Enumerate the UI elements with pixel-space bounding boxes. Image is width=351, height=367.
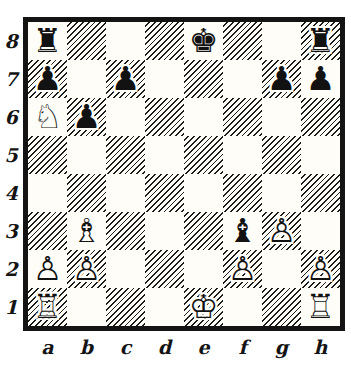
square-b7[interactable] bbox=[67, 60, 106, 98]
square-a3[interactable] bbox=[28, 212, 67, 250]
square-a1[interactable]: ♖ bbox=[28, 288, 67, 326]
square-h7[interactable]: ♟ bbox=[301, 60, 340, 98]
rank-label-1: 1 bbox=[2, 296, 20, 318]
square-d1[interactable] bbox=[145, 288, 184, 326]
rank-label-4: 4 bbox=[2, 182, 20, 204]
square-c3[interactable] bbox=[106, 212, 145, 250]
square-h3[interactable] bbox=[301, 212, 340, 250]
white-piece-r-h1[interactable]: ♖ bbox=[306, 288, 336, 326]
square-f1[interactable] bbox=[223, 288, 262, 326]
white-piece-p-h2[interactable]: ♙ bbox=[306, 250, 336, 288]
square-f3[interactable]: ♝ bbox=[223, 212, 262, 250]
square-d4[interactable] bbox=[145, 174, 184, 212]
black-piece-r-h8[interactable]: ♜ bbox=[306, 22, 336, 60]
white-piece-p-f2[interactable]: ♙ bbox=[228, 250, 258, 288]
square-f4[interactable] bbox=[223, 174, 262, 212]
square-h1[interactable]: ♖ bbox=[301, 288, 340, 326]
square-c4[interactable] bbox=[106, 174, 145, 212]
white-piece-p-g3[interactable]: ♙ bbox=[267, 212, 297, 250]
square-f7[interactable] bbox=[223, 60, 262, 98]
square-a4[interactable] bbox=[28, 174, 67, 212]
file-label-a: a bbox=[38, 336, 58, 358]
rank-label-3: 3 bbox=[2, 220, 20, 242]
square-g3[interactable]: ♙ bbox=[262, 212, 301, 250]
black-piece-r-a8[interactable]: ♜ bbox=[33, 22, 63, 60]
square-e3[interactable] bbox=[184, 212, 223, 250]
file-label-f: f bbox=[233, 336, 253, 358]
file-label-e: e bbox=[194, 336, 214, 358]
black-piece-k-e8[interactable]: ♚ bbox=[189, 22, 219, 60]
chess-board: ♜♚♜♟♟♟♟♘♟♗♝♙♙♙♙♙♖♔♖ bbox=[23, 17, 345, 331]
square-e8[interactable]: ♚ bbox=[184, 22, 223, 60]
square-c2[interactable] bbox=[106, 250, 145, 288]
file-label-c: c bbox=[116, 336, 136, 358]
white-piece-b-b3[interactable]: ♗ bbox=[72, 212, 102, 250]
square-c7[interactable]: ♟ bbox=[106, 60, 145, 98]
square-a2[interactable]: ♙ bbox=[28, 250, 67, 288]
square-h6[interactable] bbox=[301, 98, 340, 136]
rank-label-2: 2 bbox=[2, 258, 20, 280]
black-piece-p-g7[interactable]: ♟ bbox=[267, 60, 297, 98]
black-piece-p-a7[interactable]: ♟ bbox=[33, 60, 63, 98]
square-b2[interactable]: ♙ bbox=[67, 250, 106, 288]
square-b5[interactable] bbox=[67, 136, 106, 174]
square-d6[interactable] bbox=[145, 98, 184, 136]
square-g4[interactable] bbox=[262, 174, 301, 212]
square-f8[interactable] bbox=[223, 22, 262, 60]
square-a6[interactable]: ♘ bbox=[28, 98, 67, 136]
white-piece-k-e1[interactable]: ♔ bbox=[189, 288, 219, 326]
square-g2[interactable] bbox=[262, 250, 301, 288]
square-e4[interactable] bbox=[184, 174, 223, 212]
square-e6[interactable] bbox=[184, 98, 223, 136]
square-h5[interactable] bbox=[301, 136, 340, 174]
square-b6[interactable]: ♟ bbox=[67, 98, 106, 136]
white-piece-p-b2[interactable]: ♙ bbox=[72, 250, 102, 288]
white-piece-p-a2[interactable]: ♙ bbox=[33, 250, 63, 288]
square-h8[interactable]: ♜ bbox=[301, 22, 340, 60]
square-e2[interactable] bbox=[184, 250, 223, 288]
black-piece-p-c7[interactable]: ♟ bbox=[111, 60, 141, 98]
rank-label-5: 5 bbox=[2, 144, 20, 166]
square-b8[interactable] bbox=[67, 22, 106, 60]
file-label-b: b bbox=[77, 336, 97, 358]
square-g1[interactable] bbox=[262, 288, 301, 326]
square-g5[interactable] bbox=[262, 136, 301, 174]
square-c5[interactable] bbox=[106, 136, 145, 174]
square-g6[interactable] bbox=[262, 98, 301, 136]
chess-diagram: ♜♚♜♟♟♟♟♘♟♗♝♙♙♙♙♙♖♔♖ 87654321 abcdefgh bbox=[0, 0, 351, 367]
white-piece-n-a6[interactable]: ♘ bbox=[33, 98, 63, 136]
square-g8[interactable] bbox=[262, 22, 301, 60]
white-piece-r-a1[interactable]: ♖ bbox=[33, 288, 63, 326]
rank-label-8: 8 bbox=[2, 30, 20, 52]
square-b1[interactable] bbox=[67, 288, 106, 326]
black-piece-p-b6[interactable]: ♟ bbox=[72, 98, 102, 136]
square-d2[interactable] bbox=[145, 250, 184, 288]
file-label-h: h bbox=[311, 336, 331, 358]
square-b3[interactable]: ♗ bbox=[67, 212, 106, 250]
square-f2[interactable]: ♙ bbox=[223, 250, 262, 288]
square-f5[interactable] bbox=[223, 136, 262, 174]
file-label-g: g bbox=[272, 336, 292, 358]
square-b4[interactable] bbox=[67, 174, 106, 212]
square-e7[interactable] bbox=[184, 60, 223, 98]
rank-label-7: 7 bbox=[2, 68, 20, 90]
square-c6[interactable] bbox=[106, 98, 145, 136]
black-piece-b-f3[interactable]: ♝ bbox=[228, 212, 258, 250]
square-f6[interactable] bbox=[223, 98, 262, 136]
rank-label-6: 6 bbox=[2, 106, 20, 128]
square-a5[interactable] bbox=[28, 136, 67, 174]
square-d5[interactable] bbox=[145, 136, 184, 174]
square-h2[interactable]: ♙ bbox=[301, 250, 340, 288]
square-d3[interactable] bbox=[145, 212, 184, 250]
square-e1[interactable]: ♔ bbox=[184, 288, 223, 326]
square-c8[interactable] bbox=[106, 22, 145, 60]
square-h4[interactable] bbox=[301, 174, 340, 212]
square-c1[interactable] bbox=[106, 288, 145, 326]
square-d8[interactable] bbox=[145, 22, 184, 60]
square-a8[interactable]: ♜ bbox=[28, 22, 67, 60]
square-a7[interactable]: ♟ bbox=[28, 60, 67, 98]
file-label-d: d bbox=[155, 336, 175, 358]
square-g7[interactable]: ♟ bbox=[262, 60, 301, 98]
square-d7[interactable] bbox=[145, 60, 184, 98]
black-piece-p-h7[interactable]: ♟ bbox=[306, 60, 336, 98]
square-e5[interactable] bbox=[184, 136, 223, 174]
